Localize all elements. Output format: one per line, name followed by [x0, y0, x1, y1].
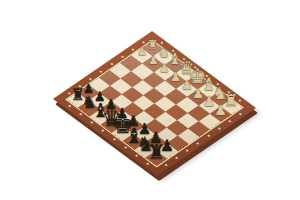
piece-white-pawn: ♟ — [148, 55, 158, 66]
piece-white-pawn: ♟ — [159, 63, 169, 75]
piece-white-pawn: ♟ — [192, 87, 204, 100]
photo-scene: ♜♞♝♛♚♝♞♜♟♟♟♟♟♟♟♟♟♟♟♟♟♟♟♟♜♞♝♛♚♝♞♜ — [0, 0, 300, 200]
piece-white-pawn: ♟ — [170, 71, 181, 83]
piece-white-rook: ♜ — [147, 39, 158, 52]
piece-white-pawn: ♟ — [214, 103, 227, 117]
piece-black-rook: ♜ — [147, 142, 165, 162]
pieces-layer: ♜♞♝♛♚♝♞♜♟♟♟♟♟♟♟♟♟♟♟♟♟♟♟♟♜♞♝♛♚♝♞♜ — [0, 0, 300, 200]
piece-white-pawn: ♟ — [181, 79, 192, 92]
piece-white-pawn: ♟ — [137, 47, 147, 58]
